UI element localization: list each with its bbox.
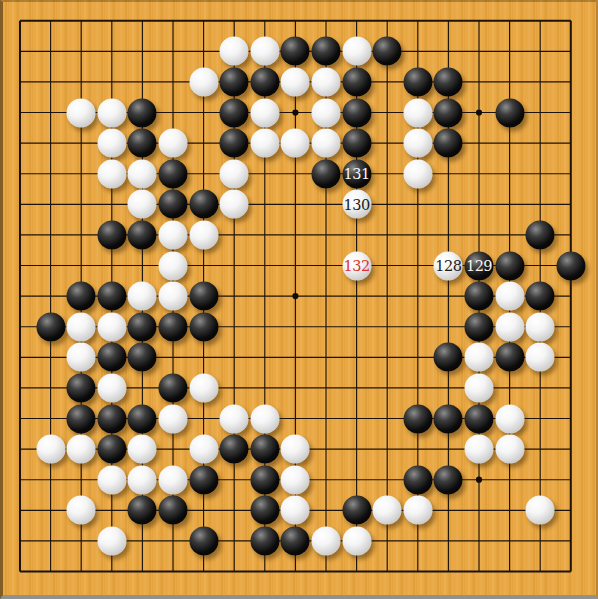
go-stone-black (97, 282, 126, 311)
go-stone-black (281, 526, 310, 555)
go-stone-white (526, 312, 555, 341)
go-stone-black (189, 465, 218, 494)
go-stone-black (128, 496, 157, 525)
go-stone-white (97, 98, 126, 127)
go-stone-white (526, 496, 555, 525)
go-stone-black (403, 67, 432, 96)
go-stone-black (434, 129, 463, 158)
go-stone-white (312, 129, 341, 158)
go-stone-black (128, 220, 157, 249)
go-stone-white (159, 129, 188, 158)
go-stone-black (159, 373, 188, 402)
go-stone-black (128, 312, 157, 341)
go-stone-black (220, 67, 249, 96)
go-stone-white (67, 435, 96, 464)
go-stone-black (189, 526, 218, 555)
go-stone-black (495, 343, 524, 372)
go-stone-white (403, 98, 432, 127)
go-stone-black (342, 67, 371, 96)
go-stone-black (342, 129, 371, 158)
go-stone-black (159, 496, 188, 525)
go-stone-black (342, 98, 371, 127)
go-stone-black (128, 98, 157, 127)
go-stone-black: 131 (342, 159, 371, 188)
go-stone-black (312, 37, 341, 66)
go-stone-white (250, 129, 279, 158)
go-stone-white: 128 (434, 251, 463, 280)
go-stone-white (465, 343, 494, 372)
go-stone-white (189, 220, 218, 249)
go-stone-white (128, 435, 157, 464)
go-stone-white (67, 98, 96, 127)
go-stone-white (159, 404, 188, 433)
move-number-label: 129 (466, 258, 492, 273)
go-stone-white (97, 159, 126, 188)
go-stone-black (36, 312, 65, 341)
go-stone-black (250, 435, 279, 464)
go-stone-white (220, 404, 249, 433)
go-stone-black (403, 465, 432, 494)
go-stone-white (403, 129, 432, 158)
go-stone-black (189, 190, 218, 219)
go-stone-white (312, 67, 341, 96)
go-stone-black (465, 282, 494, 311)
go-stone-black (465, 404, 494, 433)
go-stone-black (250, 496, 279, 525)
go-stone-white (373, 496, 402, 525)
go-stone-white (128, 159, 157, 188)
go-stone-white (97, 526, 126, 555)
go-stone-black (250, 526, 279, 555)
go-stone-white (495, 312, 524, 341)
go-stone-black (128, 129, 157, 158)
go-stone-black (159, 159, 188, 188)
go-stone-white (312, 526, 341, 555)
go-stone-white (250, 404, 279, 433)
go-stone-white (495, 282, 524, 311)
go-stone-white (159, 220, 188, 249)
go-stone-white (67, 496, 96, 525)
go-stone-black (526, 220, 555, 249)
go-stone-black (526, 282, 555, 311)
go-stone-white (220, 190, 249, 219)
go-stone-white (281, 465, 310, 494)
go-stone-white (465, 435, 494, 464)
go-stone-white (67, 343, 96, 372)
go-stone-white (67, 312, 96, 341)
move-number-label: 130 (344, 197, 370, 212)
go-stone-white: 132 (342, 251, 371, 280)
go-stone-black (373, 37, 402, 66)
go-stone-black (434, 465, 463, 494)
go-stone-white (495, 404, 524, 433)
go-stone-white (281, 435, 310, 464)
go-stone-black (220, 129, 249, 158)
go-stone-white (220, 159, 249, 188)
go-stone-black (97, 220, 126, 249)
go-stone-white (465, 373, 494, 402)
go-stone-black (67, 373, 96, 402)
go-stone-white (250, 98, 279, 127)
go-board[interactable]: 131130132128129 (0, 0, 598, 599)
go-stone-black (434, 67, 463, 96)
go-stone-black (159, 190, 188, 219)
go-stone-white (281, 496, 310, 525)
go-stone-white (281, 67, 310, 96)
go-stone-black (97, 435, 126, 464)
go-stone-black (495, 251, 524, 280)
go-stone-black (434, 404, 463, 433)
go-stone-black (189, 282, 218, 311)
go-stone-white (189, 67, 218, 96)
go-stone-black (250, 465, 279, 494)
go-stone-white (342, 37, 371, 66)
go-stone-white (403, 159, 432, 188)
go-stone-black (556, 251, 585, 280)
go-stone-white (526, 343, 555, 372)
go-stone-white (97, 373, 126, 402)
go-stone-white (128, 190, 157, 219)
go-stone-white (189, 435, 218, 464)
go-stone-white (250, 37, 279, 66)
go-stone-black (189, 312, 218, 341)
go-stone-white (128, 282, 157, 311)
go-stone-white (128, 465, 157, 494)
go-stone-white (220, 37, 249, 66)
go-stone-black (434, 98, 463, 127)
go-stone-white (97, 465, 126, 494)
go-stone-white (159, 465, 188, 494)
go-stone-black (250, 67, 279, 96)
go-stone-black (465, 312, 494, 341)
go-stone-black: 129 (465, 251, 494, 280)
move-number-label: 132 (344, 258, 370, 273)
go-stone-black (342, 496, 371, 525)
go-stone-black (434, 343, 463, 372)
go-stone-black (312, 159, 341, 188)
go-stone-white (495, 435, 524, 464)
go-stone-black (403, 404, 432, 433)
go-stone-black (128, 404, 157, 433)
go-stone-white (159, 251, 188, 280)
go-stone-black (281, 37, 310, 66)
go-stone-black (159, 312, 188, 341)
go-stone-white (97, 129, 126, 158)
move-number-label: 131 (344, 166, 370, 181)
go-stone-black (128, 343, 157, 372)
go-stone-white: 130 (342, 190, 371, 219)
go-stone-black (495, 98, 524, 127)
go-stone-black (220, 435, 249, 464)
move-number-label: 128 (435, 258, 461, 273)
go-stone-black (97, 343, 126, 372)
go-stone-white (403, 496, 432, 525)
go-stone-white (312, 98, 341, 127)
go-stone-black (67, 282, 96, 311)
go-stone-white (97, 312, 126, 341)
go-stone-black (220, 98, 249, 127)
go-stone-white (36, 435, 65, 464)
go-stone-white (281, 129, 310, 158)
go-stone-black (67, 404, 96, 433)
go-stone-white (159, 282, 188, 311)
go-stone-white (342, 526, 371, 555)
go-stone-black (97, 404, 126, 433)
go-stone-white (189, 373, 218, 402)
